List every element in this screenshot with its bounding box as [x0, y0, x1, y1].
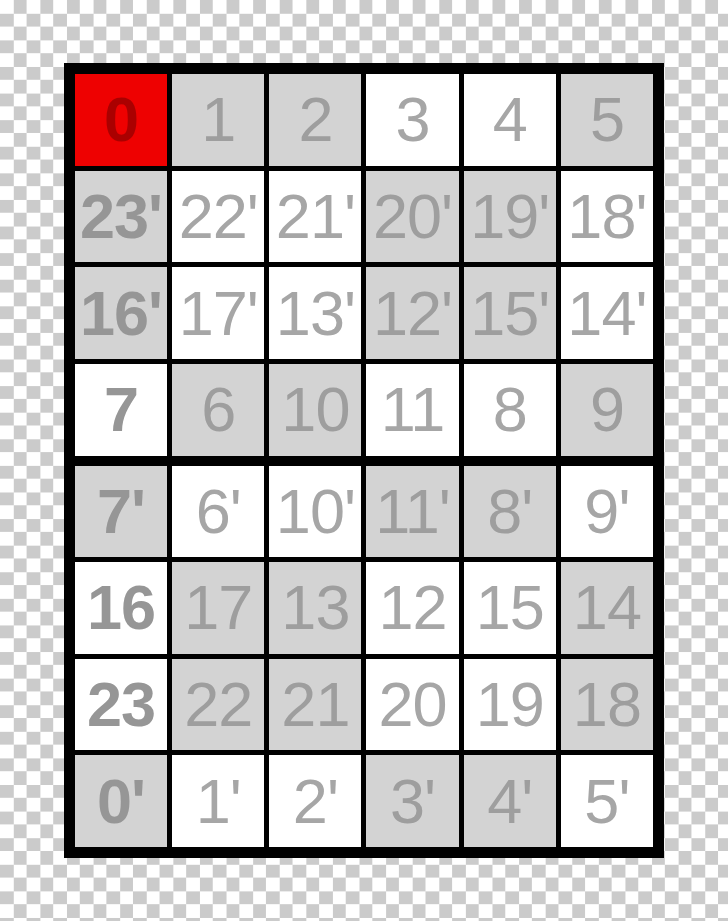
- cell-r1c2: 1: [172, 74, 264, 166]
- cell-r3c1: 16': [75, 267, 167, 359]
- cell-r6c3: 13: [269, 562, 361, 654]
- cell-r6c5: 15: [464, 562, 556, 654]
- cell-r2c4: 20': [366, 171, 458, 263]
- puzzle-board: 01234523'22'21'20'19'18'16'17'13'12'15'1…: [64, 63, 664, 858]
- cell-r2c5: 19': [464, 171, 556, 263]
- cell-r7c5: 19: [464, 659, 556, 751]
- cell-r1c6: 5: [561, 74, 653, 166]
- cell-r3c3: 13': [269, 267, 361, 359]
- cell-r8c6: 5': [561, 755, 653, 847]
- transparency-checker-background: 01234523'22'21'20'19'18'16'17'13'12'15'1…: [0, 0, 728, 921]
- cell-r8c1: 0': [75, 755, 167, 847]
- cell-r2c1: 23': [75, 171, 167, 263]
- cell-r3c2: 17': [172, 267, 264, 359]
- cell-r8c2: 1': [172, 755, 264, 847]
- cell-r8c4: 3': [366, 755, 458, 847]
- cell-r6c6: 14: [561, 562, 653, 654]
- cell-r1c3: 2: [269, 74, 361, 166]
- cell-r8c3: 2': [269, 755, 361, 847]
- cell-r6c2: 17: [172, 562, 264, 654]
- cell-r5c4: 11': [366, 466, 458, 558]
- cell-r4c2: 6: [172, 364, 264, 456]
- cell-r7c1: 23: [75, 659, 167, 751]
- cell-r4c3: 10: [269, 364, 361, 456]
- cell-r3c5: 15': [464, 267, 556, 359]
- cell-r5c2: 6': [172, 466, 264, 558]
- cell-r2c2: 22': [172, 171, 264, 263]
- cell-r1c4: 3: [366, 74, 458, 166]
- cell-r3c6: 14': [561, 267, 653, 359]
- cell-r5c1: 7': [75, 466, 167, 558]
- cell-r1c5: 4: [464, 74, 556, 166]
- cell-r5c6: 9': [561, 466, 653, 558]
- cell-r7c4: 20: [366, 659, 458, 751]
- cell-r8c5: 4': [464, 755, 556, 847]
- cell-r7c3: 21: [269, 659, 361, 751]
- cell-r4c1: 7: [75, 364, 167, 456]
- cell-r4c6: 9: [561, 364, 653, 456]
- cell-r4c5: 8: [464, 364, 556, 456]
- cell-r2c3: 21': [269, 171, 361, 263]
- cell-r6c4: 12: [366, 562, 458, 654]
- cell-r5c5: 8': [464, 466, 556, 558]
- cell-r6c1: 16: [75, 562, 167, 654]
- cell-r7c6: 18: [561, 659, 653, 751]
- cell-r3c4: 12': [366, 267, 458, 359]
- cell-r4c4: 11: [366, 364, 458, 456]
- cell-r5c3: 10': [269, 466, 361, 558]
- cell-r7c2: 22: [172, 659, 264, 751]
- cell-r1c1: 0: [75, 74, 167, 166]
- cell-r2c6: 18': [561, 171, 653, 263]
